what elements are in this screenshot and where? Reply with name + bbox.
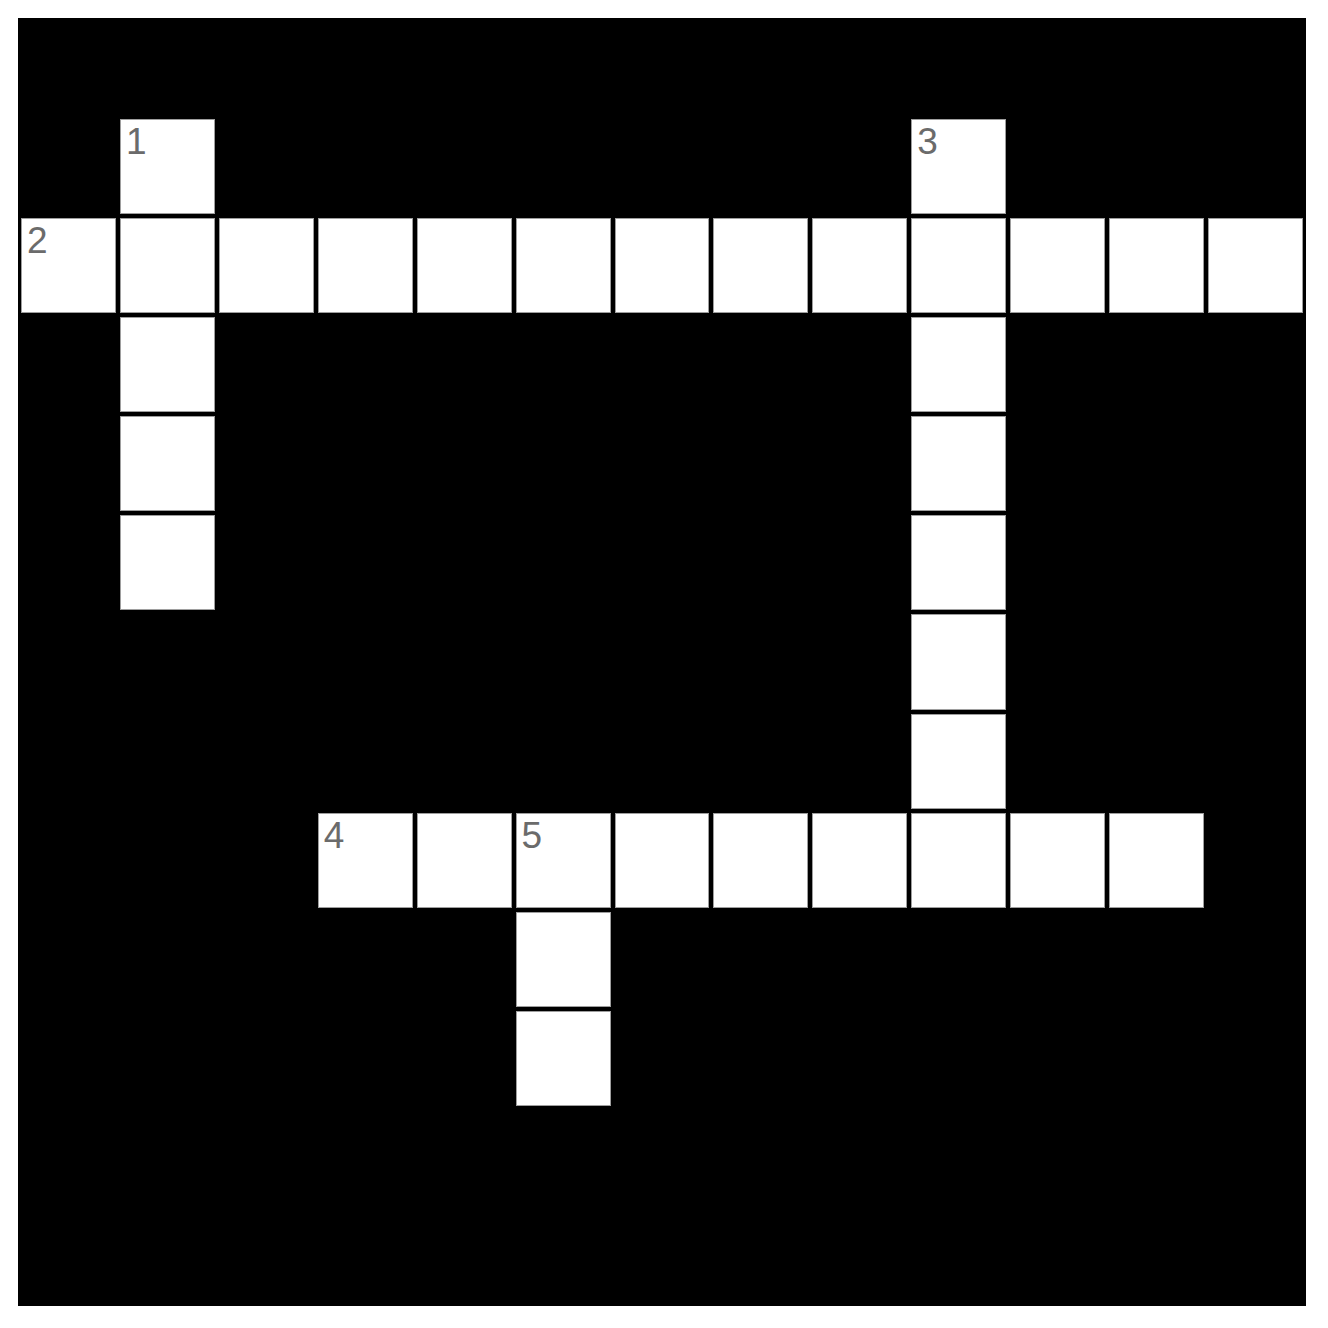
block-r12c1	[120, 1209, 215, 1304]
block-r6c1	[120, 614, 215, 709]
block-r6c8	[812, 614, 907, 709]
block-r8c0	[21, 813, 116, 908]
block-r1c3	[318, 119, 413, 214]
cell-r8c7[interactable]	[713, 813, 808, 908]
block-r1c0	[21, 119, 116, 214]
cell-r2c2[interactable]	[219, 218, 314, 313]
block-r0c3	[318, 20, 413, 115]
block-r3c8	[812, 317, 907, 412]
crossword-board: 13245	[18, 18, 1306, 1306]
cell-r8c4[interactable]	[417, 813, 512, 908]
block-r0c7	[713, 20, 808, 115]
block-r0c2	[219, 20, 314, 115]
block-r4c2	[219, 416, 314, 511]
crossword-page: 13245	[0, 0, 1328, 1328]
block-r10c11	[1109, 1011, 1204, 1106]
cell-r1c1[interactable]: 1	[120, 119, 215, 214]
cell-r8c9[interactable]	[911, 813, 1006, 908]
block-r12c3	[318, 1209, 413, 1304]
clue-number: 3	[917, 120, 938, 164]
block-r3c4	[417, 317, 512, 412]
block-r3c7	[713, 317, 808, 412]
block-r3c3	[318, 317, 413, 412]
block-r6c7	[713, 614, 808, 709]
cell-r1c9[interactable]: 3	[911, 119, 1006, 214]
block-r7c12	[1208, 714, 1303, 809]
block-r9c1	[120, 912, 215, 1007]
block-r6c4	[417, 614, 512, 709]
cell-r2c9[interactable]	[911, 218, 1006, 313]
block-r4c4	[417, 416, 512, 511]
block-r11c2	[219, 1110, 314, 1205]
block-r0c0	[21, 20, 116, 115]
block-r10c4	[417, 1011, 512, 1106]
cell-r3c1[interactable]	[120, 317, 215, 412]
cell-r2c0[interactable]: 2	[21, 218, 116, 313]
block-r8c2	[219, 813, 314, 908]
cell-r5c1[interactable]	[120, 515, 215, 610]
block-r12c6	[615, 1209, 710, 1304]
block-r10c8	[812, 1011, 907, 1106]
clue-number: 2	[27, 219, 48, 263]
block-r3c5	[516, 317, 611, 412]
block-r11c5	[516, 1110, 611, 1205]
block-r12c5	[516, 1209, 611, 1304]
block-r7c2	[219, 714, 314, 809]
block-r0c4	[417, 20, 512, 115]
block-r7c3	[318, 714, 413, 809]
block-r12c2	[219, 1209, 314, 1304]
block-r10c10	[1010, 1011, 1105, 1106]
block-r3c6	[615, 317, 710, 412]
block-r4c3	[318, 416, 413, 511]
block-r0c6	[615, 20, 710, 115]
clue-number: 5	[522, 814, 543, 858]
cell-r2c7[interactable]	[713, 218, 808, 313]
block-r4c8	[812, 416, 907, 511]
block-r7c0	[21, 714, 116, 809]
block-r4c6	[615, 416, 710, 511]
block-r6c11	[1109, 614, 1204, 709]
block-r5c3	[318, 515, 413, 610]
block-r6c5	[516, 614, 611, 709]
block-r5c4	[417, 515, 512, 610]
block-r12c9	[911, 1209, 1006, 1304]
cell-r8c11[interactable]	[1109, 813, 1204, 908]
block-r10c0	[21, 1011, 116, 1106]
block-r0c12	[1208, 20, 1303, 115]
cell-r8c10[interactable]	[1010, 813, 1105, 908]
block-r9c3	[318, 912, 413, 1007]
block-r6c6	[615, 614, 710, 709]
block-r0c11	[1109, 20, 1204, 115]
cell-r2c11[interactable]	[1109, 218, 1204, 313]
block-r9c10	[1010, 912, 1105, 1007]
cell-r8c8[interactable]	[812, 813, 907, 908]
block-r1c6	[615, 119, 710, 214]
block-r1c11	[1109, 119, 1204, 214]
block-r3c2	[219, 317, 314, 412]
block-r5c6	[615, 515, 710, 610]
block-r4c5	[516, 416, 611, 511]
block-r7c6	[615, 714, 710, 809]
block-r1c4	[417, 119, 512, 214]
block-r1c10	[1010, 119, 1105, 214]
block-r1c8	[812, 119, 907, 214]
block-r12c0	[21, 1209, 116, 1304]
block-r7c11	[1109, 714, 1204, 809]
block-r1c2	[219, 119, 314, 214]
block-r11c10	[1010, 1110, 1105, 1205]
cell-r2c10[interactable]	[1010, 218, 1105, 313]
block-r10c6	[615, 1011, 710, 1106]
block-r11c11	[1109, 1110, 1204, 1205]
clue-number: 1	[126, 120, 147, 164]
block-r8c1	[120, 813, 215, 908]
block-r4c0	[21, 416, 116, 511]
block-r3c12	[1208, 317, 1303, 412]
block-r11c12	[1208, 1110, 1303, 1205]
block-r12c4	[417, 1209, 512, 1304]
block-r1c5	[516, 119, 611, 214]
block-r9c2	[219, 912, 314, 1007]
block-r9c11	[1109, 912, 1204, 1007]
cell-r2c12[interactable]	[1208, 218, 1303, 313]
block-r10c1	[120, 1011, 215, 1106]
block-r1c12	[1208, 119, 1303, 214]
block-r5c2	[219, 515, 314, 610]
block-r11c8	[812, 1110, 907, 1205]
block-r8c12	[1208, 813, 1303, 908]
cell-r2c4[interactable]	[417, 218, 512, 313]
block-r12c8	[812, 1209, 907, 1304]
block-r6c0	[21, 614, 116, 709]
block-r6c3	[318, 614, 413, 709]
cell-r8c5[interactable]: 5	[516, 813, 611, 908]
block-r12c7	[713, 1209, 808, 1304]
cell-r4c9[interactable]	[911, 416, 1006, 511]
block-r7c7	[713, 714, 808, 809]
cell-r9c5[interactable]	[516, 912, 611, 1007]
block-r9c12	[1208, 912, 1303, 1007]
block-r6c10	[1010, 614, 1105, 709]
cell-r2c1[interactable]	[120, 218, 215, 313]
cell-r10c5[interactable]	[516, 1011, 611, 1106]
block-r10c2	[219, 1011, 314, 1106]
block-r5c5	[516, 515, 611, 610]
clue-number: 4	[324, 814, 345, 858]
block-r7c5	[516, 714, 611, 809]
block-r4c12	[1208, 416, 1303, 511]
block-r7c4	[417, 714, 512, 809]
block-r11c9	[911, 1110, 1006, 1205]
block-r12c11	[1109, 1209, 1204, 1304]
cell-r2c8[interactable]	[812, 218, 907, 313]
block-r5c11	[1109, 515, 1204, 610]
block-r0c9	[911, 20, 1006, 115]
block-r0c8	[812, 20, 907, 115]
block-r4c7	[713, 416, 808, 511]
cell-r7c9[interactable]	[911, 714, 1006, 809]
cell-r8c3[interactable]: 4	[318, 813, 413, 908]
block-r11c0	[21, 1110, 116, 1205]
cell-r3c9[interactable]	[911, 317, 1006, 412]
cell-r2c6[interactable]	[615, 218, 710, 313]
block-r10c12	[1208, 1011, 1303, 1106]
block-r0c1	[120, 20, 215, 115]
cell-r2c3[interactable]	[318, 218, 413, 313]
block-r5c7	[713, 515, 808, 610]
block-r9c9	[911, 912, 1006, 1007]
block-r11c6	[615, 1110, 710, 1205]
cell-r4c1[interactable]	[120, 416, 215, 511]
cell-r6c9[interactable]	[911, 614, 1006, 709]
block-r11c3	[318, 1110, 413, 1205]
block-r9c6	[615, 912, 710, 1007]
block-r3c0	[21, 317, 116, 412]
block-r10c9	[911, 1011, 1006, 1106]
cell-r8c6[interactable]	[615, 813, 710, 908]
block-r12c12	[1208, 1209, 1303, 1304]
block-r9c8	[812, 912, 907, 1007]
block-r7c10	[1010, 714, 1105, 809]
block-r6c12	[1208, 614, 1303, 709]
block-r9c7	[713, 912, 808, 1007]
block-r9c0	[21, 912, 116, 1007]
block-r0c5	[516, 20, 611, 115]
block-r1c7	[713, 119, 808, 214]
cell-r5c9[interactable]	[911, 515, 1006, 610]
block-r5c0	[21, 515, 116, 610]
block-r11c4	[417, 1110, 512, 1205]
block-r5c10	[1010, 515, 1105, 610]
block-r3c10	[1010, 317, 1105, 412]
block-r0c10	[1010, 20, 1105, 115]
block-r5c12	[1208, 515, 1303, 610]
block-r10c3	[318, 1011, 413, 1106]
block-r10c7	[713, 1011, 808, 1106]
crossword-grid: 13245	[21, 20, 1303, 1304]
block-r4c11	[1109, 416, 1204, 511]
block-r9c4	[417, 912, 512, 1007]
block-r5c8	[812, 515, 907, 610]
block-r12c10	[1010, 1209, 1105, 1304]
block-r7c8	[812, 714, 907, 809]
block-r4c10	[1010, 416, 1105, 511]
block-r6c2	[219, 614, 314, 709]
block-r7c1	[120, 714, 215, 809]
cell-r2c5[interactable]	[516, 218, 611, 313]
block-r11c1	[120, 1110, 215, 1205]
block-r11c7	[713, 1110, 808, 1205]
block-r3c11	[1109, 317, 1204, 412]
